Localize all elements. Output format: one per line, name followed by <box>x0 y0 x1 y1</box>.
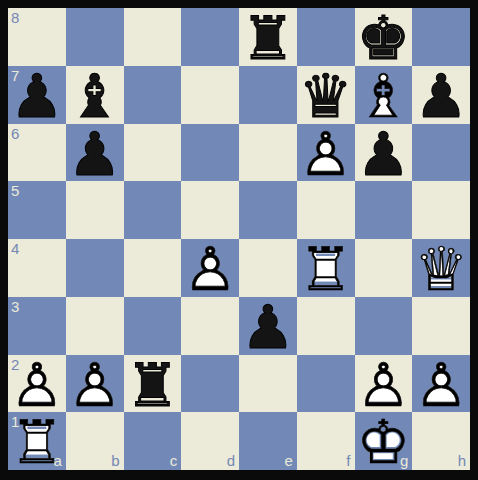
black-pawn-icon[interactable]: ♟ <box>355 124 413 182</box>
rank-label-5: 5 <box>11 183 19 198</box>
square-b7[interactable]: ♝ <box>66 66 124 124</box>
square-a8[interactable]: 8 <box>8 8 66 66</box>
square-c5[interactable] <box>124 181 182 239</box>
square-b6[interactable]: ♟ <box>66 124 124 182</box>
square-g5[interactable] <box>355 181 413 239</box>
square-a2[interactable]: 2♟♙ <box>8 355 66 413</box>
square-g8[interactable]: ♚ <box>355 8 413 66</box>
chess-board: 8♜♚7♟♝♛♝♗♟6♟♟♙♟54♟♙♜♖♛♕3♟2♟♙♟♙♜♟♙♟♙1a♜♖b… <box>8 8 470 470</box>
white-rook-outline: ♖ <box>10 412 64 472</box>
white-pawn-icon[interactable]: ♟♙ <box>297 124 355 182</box>
square-d2[interactable] <box>181 355 239 413</box>
square-a1[interactable]: 1a♜♖ <box>8 412 66 470</box>
square-g6[interactable]: ♟ <box>355 124 413 182</box>
file-label-c: c <box>170 453 178 468</box>
white-rook-icon[interactable]: ♜♖ <box>297 239 355 297</box>
square-h4[interactable]: ♛♕ <box>412 239 470 297</box>
black-pawn-glyph: ♟ <box>356 124 410 184</box>
square-d5[interactable] <box>181 181 239 239</box>
square-e6[interactable] <box>239 124 297 182</box>
square-f7[interactable]: ♛ <box>297 66 355 124</box>
white-bishop-outline: ♗ <box>356 66 410 126</box>
square-f1[interactable]: f <box>297 412 355 470</box>
square-f2[interactable] <box>297 355 355 413</box>
white-king-icon[interactable]: ♚♔ <box>355 412 413 470</box>
black-rook-glyph: ♜ <box>125 355 179 415</box>
white-pawn-icon[interactable]: ♟♙ <box>181 239 239 297</box>
square-e3[interactable]: ♟ <box>239 297 297 355</box>
square-e5[interactable] <box>239 181 297 239</box>
black-queen-glyph: ♛ <box>299 66 353 126</box>
square-g3[interactable] <box>355 297 413 355</box>
square-c6[interactable] <box>124 124 182 182</box>
black-king-glyph: ♚ <box>356 8 410 68</box>
white-pawn-outline: ♙ <box>299 124 353 184</box>
white-pawn-icon[interactable]: ♟♙ <box>8 355 66 413</box>
square-a3[interactable]: 3 <box>8 297 66 355</box>
square-f8[interactable] <box>297 8 355 66</box>
square-f3[interactable] <box>297 297 355 355</box>
square-b4[interactable] <box>66 239 124 297</box>
square-a5[interactable]: 5 <box>8 181 66 239</box>
black-rook-glyph: ♜ <box>241 8 295 68</box>
file-label-h: h <box>458 453 466 468</box>
black-pawn-icon[interactable]: ♟ <box>412 66 470 124</box>
white-king-outline: ♔ <box>356 412 410 472</box>
file-label-f: f <box>346 453 350 468</box>
file-label-e: e <box>284 453 292 468</box>
black-bishop-icon[interactable]: ♝ <box>66 66 124 124</box>
black-rook-icon[interactable]: ♜ <box>124 355 182 413</box>
square-e1[interactable]: e <box>239 412 297 470</box>
square-h3[interactable] <box>412 297 470 355</box>
white-bishop-icon[interactable]: ♝♗ <box>355 66 413 124</box>
square-d8[interactable] <box>181 8 239 66</box>
square-d7[interactable] <box>181 66 239 124</box>
file-label-d: d <box>227 453 235 468</box>
white-rook-outline: ♖ <box>299 239 353 299</box>
square-b8[interactable] <box>66 8 124 66</box>
square-c1[interactable]: c <box>124 412 182 470</box>
white-pawn-outline: ♙ <box>68 355 122 415</box>
white-pawn-outline: ♙ <box>10 355 64 415</box>
white-pawn-icon[interactable]: ♟♙ <box>355 355 413 413</box>
black-rook-icon[interactable]: ♜ <box>239 8 297 66</box>
square-a7[interactable]: 7♟ <box>8 66 66 124</box>
file-label-b: b <box>111 453 119 468</box>
square-d1[interactable]: d <box>181 412 239 470</box>
white-pawn-icon[interactable]: ♟♙ <box>66 355 124 413</box>
white-pawn-outline: ♙ <box>414 355 468 415</box>
square-e4[interactable] <box>239 239 297 297</box>
square-b3[interactable] <box>66 297 124 355</box>
square-g7[interactable]: ♝♗ <box>355 66 413 124</box>
rank-label-8: 8 <box>11 10 19 25</box>
square-a6[interactable]: 6 <box>8 124 66 182</box>
square-h5[interactable] <box>412 181 470 239</box>
white-queen-outline: ♕ <box>414 239 468 299</box>
square-f6[interactable]: ♟♙ <box>297 124 355 182</box>
black-pawn-icon[interactable]: ♟ <box>8 66 66 124</box>
square-a4[interactable]: 4 <box>8 239 66 297</box>
square-c3[interactable] <box>124 297 182 355</box>
rank-label-3: 3 <box>11 299 19 314</box>
square-e7[interactable] <box>239 66 297 124</box>
square-f5[interactable] <box>297 181 355 239</box>
square-g4[interactable] <box>355 239 413 297</box>
black-pawn-glyph: ♟ <box>68 124 122 184</box>
board-frame: 8♜♚7♟♝♛♝♗♟6♟♟♙♟54♟♙♜♖♛♕3♟2♟♙♟♙♜♟♙♟♙1a♜♖b… <box>0 0 478 480</box>
square-f4[interactable]: ♜♖ <box>297 239 355 297</box>
square-d3[interactable] <box>181 297 239 355</box>
square-g2[interactable]: ♟♙ <box>355 355 413 413</box>
square-b1[interactable]: b <box>66 412 124 470</box>
white-pawn-icon[interactable]: ♟♙ <box>412 355 470 413</box>
square-h7[interactable]: ♟ <box>412 66 470 124</box>
square-h8[interactable] <box>412 8 470 66</box>
square-h2[interactable]: ♟♙ <box>412 355 470 413</box>
black-pawn-icon[interactable]: ♟ <box>66 124 124 182</box>
square-e2[interactable] <box>239 355 297 413</box>
square-c7[interactable] <box>124 66 182 124</box>
square-c2[interactable]: ♜ <box>124 355 182 413</box>
square-b5[interactable] <box>66 181 124 239</box>
black-queen-icon[interactable]: ♛ <box>297 66 355 124</box>
white-pawn-outline: ♙ <box>183 239 237 299</box>
square-d6[interactable] <box>181 124 239 182</box>
white-rook-icon[interactable]: ♜♖ <box>8 412 66 470</box>
rank-label-6: 6 <box>11 126 19 141</box>
square-b2[interactable]: ♟♙ <box>66 355 124 413</box>
black-pawn-glyph: ♟ <box>10 66 64 126</box>
white-queen-icon[interactable]: ♛♕ <box>412 239 470 297</box>
black-pawn-icon[interactable]: ♟ <box>239 297 297 355</box>
black-king-icon[interactable]: ♚ <box>355 8 413 66</box>
square-h6[interactable] <box>412 124 470 182</box>
black-pawn-glyph: ♟ <box>414 66 468 126</box>
white-pawn-outline: ♙ <box>356 355 410 415</box>
rank-label-4: 4 <box>11 241 19 256</box>
square-c8[interactable] <box>124 8 182 66</box>
square-c4[interactable] <box>124 239 182 297</box>
square-e8[interactable]: ♜ <box>239 8 297 66</box>
black-bishop-glyph: ♝ <box>68 66 122 126</box>
black-pawn-glyph: ♟ <box>241 297 295 357</box>
square-h1[interactable]: h <box>412 412 470 470</box>
square-g1[interactable]: g♚♔ <box>355 412 413 470</box>
square-d4[interactable]: ♟♙ <box>181 239 239 297</box>
